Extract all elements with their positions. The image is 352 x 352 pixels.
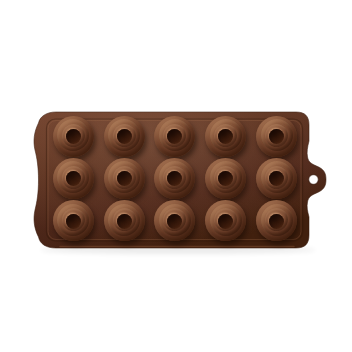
hang-tab-hole: [309, 175, 319, 185]
cavity-dimple: [117, 214, 132, 229]
mold-cavity: [53, 200, 94, 241]
mold-cavity: [256, 116, 297, 157]
cavity-dimple: [66, 214, 81, 229]
mold-cavity: [256, 200, 297, 241]
cavity-grid: [48, 115, 302, 242]
mold-cavity: [154, 200, 195, 241]
mold-cavity: [53, 158, 94, 199]
mold-cavity: [256, 158, 297, 199]
mold-cavity: [104, 158, 145, 199]
mold-cavity: [53, 116, 94, 157]
mold-cavity: [205, 200, 246, 241]
cavity-dimple: [218, 214, 233, 229]
cavity-dimple: [66, 129, 81, 144]
cavity-dimple: [269, 214, 284, 229]
mold-cavity: [154, 116, 195, 157]
mold-cavity: [104, 116, 145, 157]
mold-cavity: [154, 158, 195, 199]
cavity-dimple: [117, 129, 132, 144]
mold-cavity: [205, 158, 246, 199]
mold-cavity: [104, 200, 145, 241]
mold-cavity: [205, 116, 246, 157]
photo-background: [0, 0, 352, 352]
